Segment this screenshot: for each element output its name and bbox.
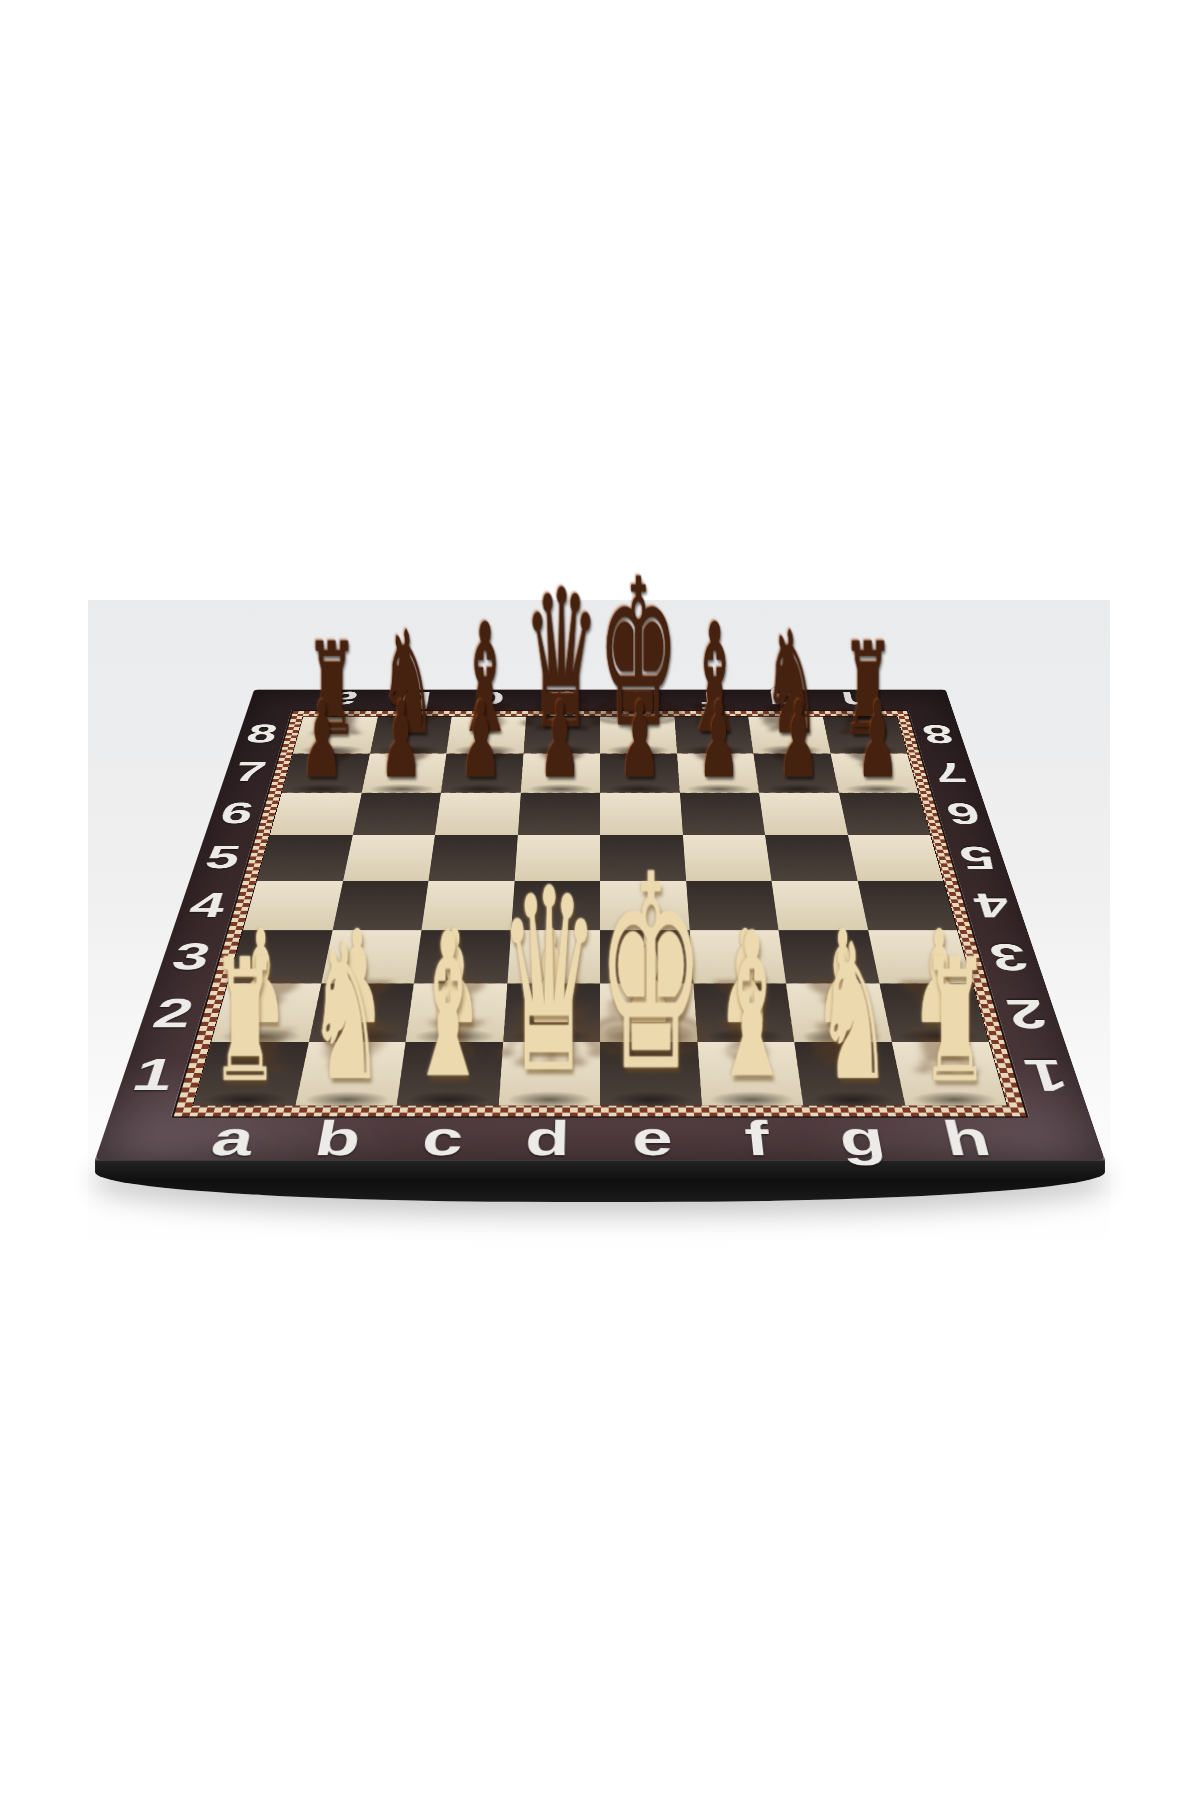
piece-shadow — [367, 784, 435, 795]
piece-reflection: ♚ — [572, 989, 728, 1079]
rank-label-right-7: 7 — [921, 753, 981, 793]
piece-reflection: ♟ — [452, 747, 516, 776]
square-d2: ♟♟ — [503, 984, 600, 1042]
white-king-e1: ♚ — [597, 846, 704, 1102]
piece-reflection: ♛ — [507, 688, 618, 737]
rank-label-left-4: 4 — [173, 881, 242, 931]
square-a7: ♟♟ — [282, 753, 370, 792]
rank-label-right-6: 6 — [932, 792, 995, 835]
square-d3 — [507, 930, 600, 984]
piece-shadow — [896, 1029, 981, 1045]
piece-shadow — [529, 745, 594, 755]
file-label-top-d: d — [526, 689, 600, 710]
square-c5 — [428, 835, 517, 881]
square-h8: ♜♜ — [822, 717, 907, 754]
square-e2: ♟♟ — [600, 984, 697, 1042]
square-e5 — [600, 835, 686, 881]
square-e4 — [600, 881, 689, 930]
file-label-top-a: a — [303, 689, 382, 710]
square-f5 — [683, 835, 772, 881]
black-knight-g8: ♞ — [763, 616, 820, 751]
file-label-top-h: h — [818, 689, 897, 710]
piece-shadow — [404, 1091, 491, 1108]
piece-shadow — [218, 1029, 303, 1045]
piece-reflection: ♜ — [820, 704, 902, 738]
square-h4 — [857, 881, 957, 930]
piece-shadow — [606, 745, 671, 755]
piece-shadow — [843, 784, 912, 795]
white-knight-b1: ♞ — [309, 923, 384, 1102]
white-pawn-d2: ♟ — [526, 916, 577, 1038]
white-knight-g1: ♞ — [816, 923, 891, 1102]
square-b1: ♞♞ — [295, 1042, 406, 1106]
square-e6 — [600, 793, 683, 835]
file-label-bottom-d: d — [494, 1118, 600, 1160]
piece-shadow — [506, 1091, 592, 1108]
black-knight-b8: ♞ — [380, 616, 437, 751]
rank-label-left-8: 8 — [233, 716, 290, 753]
square-b7: ♟♟ — [361, 753, 446, 792]
rank-label-left-2: 2 — [135, 984, 211, 1043]
piece-reflection: ♟ — [420, 974, 498, 1016]
piece-shadow — [835, 745, 902, 755]
piece-reflection: ♟ — [702, 974, 780, 1016]
square-h5 — [848, 835, 943, 881]
black-king-e8: ♚ — [598, 558, 679, 751]
rank-label-right-1: 1 — [1006, 1043, 1087, 1107]
file-label-bottom-h: h — [910, 1118, 1025, 1160]
black-rook-h8: ♜ — [843, 629, 894, 751]
square-g5 — [765, 835, 857, 881]
file-labels-top: abcdefgh — [303, 689, 897, 710]
rank-label-right-8: 8 — [910, 716, 967, 753]
piece-shadow — [201, 1091, 290, 1108]
piece-reflection: ♝ — [688, 1011, 808, 1078]
file-label-bottom-c: c — [388, 1118, 497, 1160]
piece-shadow — [288, 784, 357, 795]
chess-board: 87654321 87654321 abcdefgh abcdefgh ♜♜♞♞… — [95, 689, 1105, 1160]
square-b3 — [321, 930, 422, 984]
square-f3 — [689, 930, 786, 984]
rank-labels-right: 87654321 — [910, 716, 1088, 1108]
square-h7: ♟♟ — [830, 753, 918, 792]
square-f7: ♟♟ — [677, 753, 759, 792]
black-pawn-d7: ♟ — [539, 690, 581, 790]
piece-shadow — [510, 1029, 592, 1045]
file-label-top-g: g — [745, 689, 822, 710]
square-g7: ♟♟ — [754, 753, 839, 792]
square-c7: ♟♟ — [441, 753, 523, 792]
piece-shadow — [527, 784, 594, 795]
rank-label-left-7: 7 — [219, 753, 279, 793]
piece-shadow — [809, 1091, 897, 1108]
black-rook-a8: ♜ — [306, 629, 357, 751]
black-queen-d8: ♛ — [524, 569, 600, 751]
square-c8: ♝♝ — [446, 717, 525, 754]
square-f8: ♝♝ — [674, 717, 753, 754]
square-e7: ♟♟ — [600, 753, 680, 792]
piece-reflection: ♝ — [393, 1011, 513, 1078]
square-d5 — [514, 835, 600, 881]
rank-label-left-5: 5 — [190, 835, 256, 881]
white-rook-a1: ♜ — [211, 941, 278, 1102]
black-pawn-b7: ♟ — [381, 690, 423, 790]
piece-reflection: ♟ — [837, 747, 905, 776]
square-a3 — [228, 930, 332, 984]
square-b6 — [352, 793, 441, 835]
file-label-bottom-e: e — [600, 1118, 706, 1160]
piece-reflection: ♟ — [229, 974, 313, 1016]
piece-reflection: ♞ — [786, 1014, 904, 1078]
black-pawn-e7: ♟ — [619, 690, 661, 790]
piece-shadow — [316, 1029, 400, 1045]
rank-label-left-1: 1 — [113, 1043, 194, 1107]
square-c1: ♝♝ — [397, 1042, 503, 1106]
square-a4 — [243, 881, 343, 930]
piece-reflection: ♜ — [888, 1020, 999, 1078]
rank-label-right-4: 4 — [958, 881, 1027, 931]
square-e3 — [600, 930, 693, 984]
square-g8: ♞♞ — [748, 717, 830, 754]
piece-shadow — [685, 784, 753, 795]
white-bishop-f1: ♝ — [713, 913, 792, 1102]
piece-reflection: ♟ — [887, 974, 971, 1016]
piece-reflection: ♟ — [610, 974, 685, 1016]
rank-label-right-3: 3 — [973, 930, 1045, 984]
square-e8: ♚♚ — [600, 717, 677, 754]
piece-reflection: ♞ — [369, 700, 457, 737]
piece-shadow — [800, 1029, 884, 1045]
white-pawn-h2: ♟ — [914, 916, 965, 1038]
piece-reflection: ♜ — [298, 704, 380, 738]
file-label-top-f: f — [673, 689, 749, 710]
square-b8: ♞♞ — [370, 717, 452, 754]
square-f2: ♟♟ — [693, 984, 794, 1042]
file-label-top-b: b — [377, 689, 454, 710]
piece-shadow — [704, 1029, 787, 1045]
square-c2: ♟♟ — [406, 984, 507, 1042]
rank-label-right-2: 2 — [989, 984, 1065, 1043]
square-a5 — [257, 835, 352, 881]
piece-reflection: ♟ — [761, 747, 827, 776]
file-label-top-e: e — [600, 689, 674, 710]
file-label-bottom-b: b — [281, 1118, 393, 1160]
square-d4 — [511, 881, 600, 930]
file-label-bottom-f: f — [703, 1118, 812, 1160]
board-frame — [95, 689, 1105, 1160]
file-label-top-c: c — [452, 689, 528, 710]
piece-reflection: ♝ — [443, 698, 533, 737]
piece-shadow — [910, 1091, 999, 1108]
white-pawn-g2: ♟ — [817, 916, 868, 1038]
rank-label-left-3: 3 — [154, 930, 226, 984]
square-e1: ♚♚ — [600, 1042, 702, 1106]
black-bishop-c8: ♝ — [455, 608, 515, 751]
square-g1: ♞♞ — [794, 1042, 905, 1106]
piece-shadow — [452, 745, 517, 755]
piece-reflection: ♟ — [530, 747, 591, 776]
file-label-bottom-g: g — [806, 1118, 918, 1160]
piece-reflection: ♝ — [667, 698, 757, 737]
black-pawn-f7: ♟ — [698, 690, 740, 790]
square-d8: ♛♛ — [523, 717, 600, 754]
piece-shadow — [608, 1091, 694, 1108]
square-b4 — [332, 881, 428, 930]
white-pawn-a2: ♟ — [235, 916, 286, 1038]
black-pawn-g7: ♟ — [778, 690, 820, 790]
piece-shadow — [758, 745, 824, 755]
square-h3 — [868, 930, 972, 984]
piece-shadow — [299, 745, 366, 755]
square-h2: ♟♟ — [879, 984, 989, 1042]
piece-reflection: ♟ — [795, 974, 876, 1016]
white-bishop-c1: ♝ — [408, 913, 487, 1102]
inlay-border: ♜♜♞♞♝♝♛♛♚♚♝♝♞♞♜♜♟♟♟♟♟♟♟♟♟♟♟♟♟♟♟♟♟♟♟♟♟♟♟♟… — [172, 710, 1029, 1117]
piece-shadow — [376, 745, 442, 755]
black-pawn-c7: ♟ — [460, 690, 502, 790]
file-label-bottom-a: a — [175, 1118, 290, 1160]
white-pawn-c2: ♟ — [429, 916, 480, 1038]
rank-labels-left: 87654321 — [113, 716, 291, 1108]
square-c4 — [422, 881, 515, 930]
piece-reflection: ♜ — [202, 1020, 313, 1078]
piece-reflection: ♟ — [295, 747, 363, 776]
piece-reflection: ♞ — [296, 1014, 414, 1078]
black-pawn-a7: ♟ — [301, 690, 343, 790]
square-f4 — [686, 881, 779, 930]
white-pawn-f2: ♟ — [720, 916, 771, 1038]
piece-shadow — [709, 1091, 796, 1108]
piece-reflection: ♟ — [685, 747, 749, 776]
black-bishop-f8: ♝ — [685, 608, 745, 751]
square-g4 — [772, 881, 868, 930]
square-f1: ♝♝ — [697, 1042, 803, 1106]
piece-reflection: ♛ — [477, 994, 624, 1079]
white-pawn-e2: ♟ — [623, 916, 674, 1038]
square-a2: ♟♟ — [211, 984, 321, 1042]
file-labels-bottom: abcdefgh — [175, 1118, 1025, 1160]
piece-shadow — [608, 1029, 690, 1045]
white-rook-h1: ♜ — [921, 941, 988, 1102]
square-g3 — [778, 930, 879, 984]
square-d7: ♟♟ — [520, 753, 600, 792]
piece-reflection: ♞ — [743, 700, 831, 737]
square-f6 — [680, 793, 766, 835]
square-a6 — [270, 793, 362, 835]
square-a8: ♜♜ — [293, 717, 378, 754]
white-queen-d1: ♛ — [499, 861, 600, 1101]
square-h6 — [839, 793, 931, 835]
black-pawn-h7: ♟ — [857, 690, 899, 790]
chess-board-scene: 87654321 87654321 abcdefgh abcdefgh ♜♜♞♞… — [95, 500, 1105, 1160]
piece-shadow — [764, 784, 832, 795]
rank-label-right-5: 5 — [945, 835, 1011, 881]
rank-label-left-6: 6 — [205, 792, 268, 835]
square-d1: ♛♛ — [498, 1042, 600, 1106]
board-grid: ♜♜♞♞♝♝♛♛♚♚♝♝♞♞♜♜♟♟♟♟♟♟♟♟♟♟♟♟♟♟♟♟♟♟♟♟♟♟♟♟… — [192, 716, 1008, 1106]
piece-shadow — [682, 745, 747, 755]
piece-reflection: ♚ — [579, 685, 697, 737]
white-pawn-b2: ♟ — [332, 916, 383, 1038]
piece-shadow — [447, 784, 515, 795]
square-a1: ♜♜ — [193, 1042, 308, 1106]
piece-reflection: ♟ — [608, 747, 669, 776]
piece-reflection: ♟ — [515, 974, 590, 1016]
square-g2: ♟♟ — [786, 984, 891, 1042]
square-c6 — [435, 793, 521, 835]
piece-shadow — [606, 784, 673, 795]
square-h1: ♜♜ — [891, 1042, 1006, 1106]
square-b5 — [343, 835, 435, 881]
square-c3 — [414, 930, 511, 984]
square-b2: ♟♟ — [309, 984, 414, 1042]
piece-shadow — [303, 1091, 391, 1108]
square-g6 — [759, 793, 848, 835]
piece-reflection: ♟ — [374, 747, 440, 776]
piece-shadow — [413, 1029, 496, 1045]
piece-reflection: ♟ — [324, 974, 405, 1016]
square-d6 — [517, 793, 600, 835]
